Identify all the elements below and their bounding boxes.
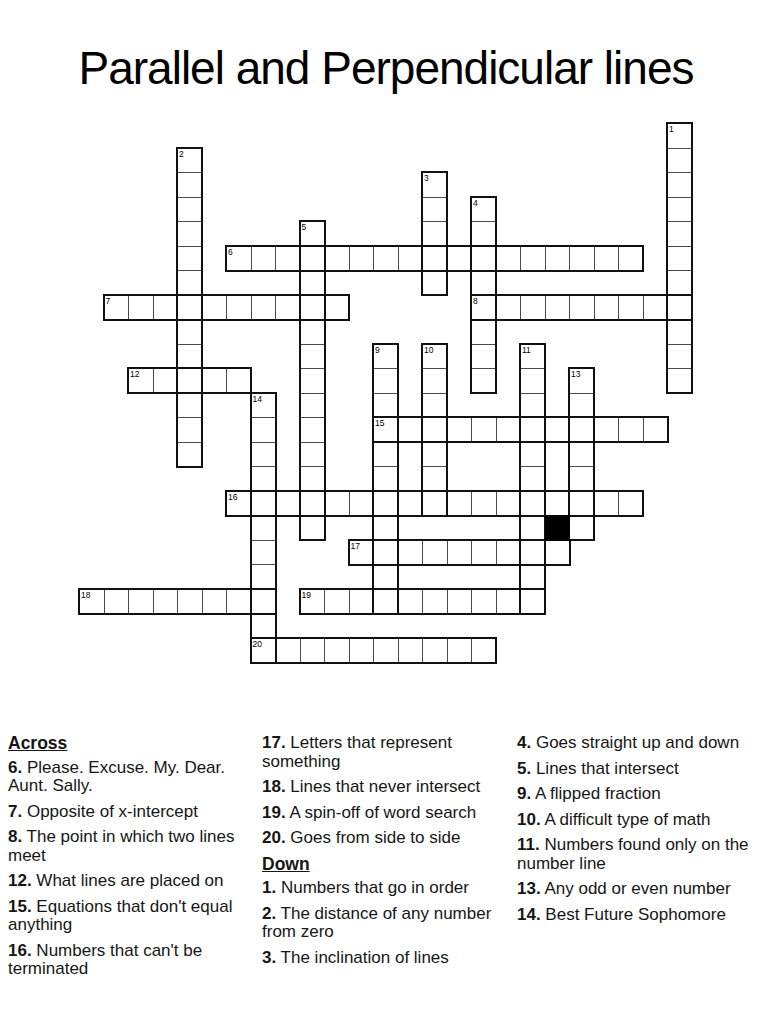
grid-cell[interactable] <box>569 417 595 443</box>
grid-cell[interactable] <box>300 221 326 247</box>
blocked-cell <box>545 515 571 541</box>
clue-down-10: 10. A difficult type of math <box>517 811 763 830</box>
clue-across-8: 8. The point in which two lines meet <box>8 828 236 865</box>
grid-cell[interactable] <box>251 638 277 664</box>
grid-cell[interactable] <box>447 246 473 272</box>
clue-number: 8. <box>8 827 22 846</box>
grid-cell[interactable] <box>422 270 448 296</box>
grid-cell[interactable] <box>471 417 497 443</box>
grid-cell[interactable] <box>373 466 399 492</box>
grid-cell[interactable] <box>422 466 448 492</box>
grid-cell[interactable] <box>520 246 546 272</box>
grid-cell[interactable] <box>226 295 252 321</box>
grid-cell[interactable] <box>373 540 399 566</box>
clue-number: 2. <box>262 904 276 923</box>
grid-cell[interactable] <box>398 246 424 272</box>
grid-cell[interactable] <box>324 246 350 272</box>
clue-across-7: 7. Opposite of x-intercept <box>8 803 236 822</box>
grid-cell[interactable] <box>667 172 693 198</box>
grid-cell[interactable] <box>569 368 595 394</box>
grid-cell[interactable] <box>177 442 203 468</box>
grid-cell[interactable] <box>300 442 326 468</box>
grid-cell[interactable] <box>373 442 399 468</box>
grid-cell[interactable] <box>300 638 326 664</box>
grid-cell[interactable] <box>300 319 326 345</box>
across-heading: Across <box>8 734 236 753</box>
grid-cell[interactable] <box>373 491 399 517</box>
grid-cell[interactable] <box>520 442 546 468</box>
grid-cell[interactable] <box>373 589 399 615</box>
grid-cell[interactable] <box>667 295 693 321</box>
grid-cell[interactable] <box>104 589 130 615</box>
crossword-grid: 1234567891011121314151617181920 <box>79 123 693 663</box>
clue-across-15: 15. Equations that don't equal anything <box>8 898 236 935</box>
clue-down-11: 11. Numbers found only on the number lin… <box>517 836 763 873</box>
grid-cell[interactable] <box>422 368 448 394</box>
clue-text: A spin-off of word search <box>286 803 477 822</box>
grid-cell[interactable] <box>373 246 399 272</box>
grid-cell[interactable] <box>226 491 252 517</box>
grid-cell[interactable] <box>520 466 546 492</box>
grid-cell[interactable] <box>373 515 399 541</box>
grid-cell[interactable] <box>300 295 326 321</box>
grid-cell[interactable] <box>373 368 399 394</box>
grid-cell[interactable] <box>300 589 326 615</box>
clue-text: The point in which two lines meet <box>8 827 235 865</box>
grid-cell[interactable] <box>324 491 350 517</box>
grid-cell[interactable] <box>422 491 448 517</box>
grid-cell[interactable] <box>520 515 546 541</box>
clue-text: Goes from side to side <box>286 828 461 847</box>
clue-number: 5. <box>517 759 531 778</box>
grid-cell[interactable] <box>520 393 546 419</box>
clue-down-9: 9. A flipped fraction <box>517 785 763 804</box>
grid-cell[interactable] <box>520 589 546 615</box>
clue-text: Letters that represent something <box>262 733 452 771</box>
grid-cell[interactable] <box>496 589 522 615</box>
crossword-page: Parallel and Perpendicular lines 1234567… <box>0 0 772 1024</box>
clue-across-17: 17. Letters that represent something <box>262 734 496 771</box>
clue-text: Best Future Sophomore <box>541 905 726 924</box>
grid-cell[interactable] <box>422 638 448 664</box>
grid-cell[interactable] <box>520 540 546 566</box>
grid-cell[interactable] <box>422 393 448 419</box>
grid-cell[interactable] <box>569 466 595 492</box>
clue-across-19: 19. A spin-off of word search <box>262 804 496 823</box>
grid-cell[interactable] <box>128 589 154 615</box>
grid-cell[interactable] <box>667 368 693 394</box>
clue-down-3: 3. The inclination of lines <box>262 949 496 968</box>
grid-cell[interactable] <box>422 172 448 198</box>
clue-down-13: 13. Any odd or even number <box>517 880 763 899</box>
clue-number: 13. <box>517 879 541 898</box>
grid-cell[interactable] <box>349 491 375 517</box>
grid-cell[interactable] <box>300 466 326 492</box>
grid-cell[interactable] <box>422 344 448 370</box>
grid-cell[interactable] <box>251 393 277 419</box>
grid-cell[interactable] <box>153 295 179 321</box>
grid-cell[interactable] <box>251 515 277 541</box>
clue-down-14: 14. Best Future Sophomore <box>517 906 763 925</box>
grid-cell[interactable] <box>545 246 571 272</box>
clue-across-16: 16. Numbers that can't be terminated <box>8 942 236 979</box>
grid-cell[interactable] <box>667 197 693 223</box>
clue-number: 12. <box>8 871 32 890</box>
grid-cell[interactable] <box>373 393 399 419</box>
grid-cell[interactable] <box>398 638 424 664</box>
grid-cell[interactable] <box>202 589 228 615</box>
clue-text: The inclination of lines <box>276 948 449 967</box>
grid-cell[interactable] <box>251 246 277 272</box>
clues-column-3: 4. Goes straight up and down5. Lines tha… <box>517 734 763 931</box>
grid-cell[interactable] <box>545 417 571 443</box>
clue-text: Numbers that can't be terminated <box>8 941 202 979</box>
grid-cell[interactable] <box>569 393 595 419</box>
grid-cell[interactable] <box>275 638 301 664</box>
clue-number: 19. <box>262 803 286 822</box>
grid-cell[interactable] <box>618 246 644 272</box>
grid-cell[interactable] <box>471 319 497 345</box>
grid-cell[interactable] <box>520 368 546 394</box>
grid-cell[interactable] <box>251 442 277 468</box>
grid-cell[interactable] <box>251 491 277 517</box>
grid-cell[interactable] <box>300 344 326 370</box>
grid-cell[interactable] <box>349 589 375 615</box>
clue-text: Any odd or even number <box>541 879 731 898</box>
grid-cell[interactable] <box>226 589 252 615</box>
grid-cell[interactable] <box>471 270 497 296</box>
clue-down-4: 4. Goes straight up and down <box>517 734 763 753</box>
grid-cell[interactable] <box>79 589 105 615</box>
grid-cell[interactable] <box>177 319 203 345</box>
down-heading: Down <box>262 855 496 874</box>
grid-cell[interactable] <box>300 515 326 541</box>
grid-cell[interactable] <box>496 540 522 566</box>
grid-cell[interactable] <box>177 148 203 174</box>
grid-cell[interactable] <box>422 589 448 615</box>
grid-cell[interactable] <box>373 344 399 370</box>
clue-number: 17. <box>262 733 286 752</box>
grid-cell[interactable] <box>422 540 448 566</box>
grid-cell[interactable] <box>643 295 669 321</box>
grid-cell[interactable] <box>300 393 326 419</box>
grid-cell[interactable] <box>422 197 448 223</box>
grid-cell[interactable] <box>153 368 179 394</box>
grid-cell[interactable] <box>447 540 473 566</box>
grid-cell[interactable] <box>569 246 595 272</box>
grid-cell[interactable] <box>177 393 203 419</box>
grid-cell[interactable] <box>177 417 203 443</box>
grid-cell[interactable] <box>398 417 424 443</box>
grid-cell[interactable] <box>177 344 203 370</box>
clue-number: 1. <box>262 878 276 897</box>
clue-down-2: 2. The distance of any number from zero <box>262 905 496 942</box>
grid-cell[interactable] <box>275 246 301 272</box>
grid-cell[interactable] <box>569 295 595 321</box>
clue-text: The distance of any number from zero <box>262 904 491 942</box>
grid-cell[interactable] <box>520 417 546 443</box>
grid-cell[interactable] <box>251 540 277 566</box>
grid-cell[interactable] <box>667 246 693 272</box>
grid-cell[interactable] <box>545 540 571 566</box>
grid-cell[interactable] <box>300 491 326 517</box>
grid-cell[interactable] <box>447 589 473 615</box>
grid-cell[interactable] <box>398 491 424 517</box>
grid-cell[interactable] <box>177 270 203 296</box>
clue-number: 18. <box>262 777 286 796</box>
grid-cell[interactable] <box>667 148 693 174</box>
clue-number: 7. <box>8 802 22 821</box>
grid-cell[interactable] <box>447 417 473 443</box>
clues-column-2: 17. Letters that represent something18. … <box>262 734 496 974</box>
grid-cell[interactable] <box>398 589 424 615</box>
grid-cell[interactable] <box>594 491 620 517</box>
grid-cell[interactable] <box>667 221 693 247</box>
grid-cell[interactable] <box>618 417 644 443</box>
clue-text: Lines that never intersect <box>286 777 481 796</box>
clue-number: 14. <box>517 905 541 924</box>
grid-cell[interactable] <box>275 295 301 321</box>
clue-number: 6. <box>8 758 22 777</box>
grid-cell[interactable] <box>177 368 203 394</box>
grid-cell[interactable] <box>643 417 669 443</box>
grid-cell[interactable] <box>496 417 522 443</box>
clue-number: 3. <box>262 948 276 967</box>
grid-cell[interactable] <box>618 295 644 321</box>
grid-cell[interactable] <box>349 540 375 566</box>
grid-cell[interactable] <box>177 295 203 321</box>
grid-cell[interactable] <box>520 295 546 321</box>
grid-cell[interactable] <box>202 368 228 394</box>
grid-cell[interactable] <box>300 417 326 443</box>
clue-text: Lines that intersect <box>531 759 678 778</box>
grid-cell[interactable] <box>545 295 571 321</box>
grid-cell[interactable] <box>422 221 448 247</box>
grid-cell[interactable] <box>373 638 399 664</box>
grid-cell[interactable] <box>177 221 203 247</box>
grid-cell[interactable] <box>447 638 473 664</box>
clue-number: 10. <box>517 810 541 829</box>
grid-cell[interactable] <box>300 270 326 296</box>
grid-cell[interactable] <box>177 589 203 615</box>
grid-cell[interactable] <box>667 270 693 296</box>
grid-cell[interactable] <box>251 564 277 590</box>
grid-cell[interactable] <box>520 564 546 590</box>
grid-cell[interactable] <box>251 613 277 639</box>
grid-cell[interactable] <box>324 589 350 615</box>
clue-text: What lines are placed on <box>32 871 224 890</box>
grid-cell[interactable] <box>251 417 277 443</box>
grid-cell[interactable] <box>471 197 497 223</box>
grid-cell[interactable] <box>667 123 693 149</box>
clue-text: Numbers found only on the number line <box>517 835 749 873</box>
grid-cell[interactable] <box>202 295 228 321</box>
clue-number: 4. <box>517 733 531 752</box>
grid-cell[interactable] <box>594 295 620 321</box>
clue-text: Numbers that go in order <box>276 878 469 897</box>
grid-cell[interactable] <box>496 295 522 321</box>
grid-cell[interactable] <box>177 172 203 198</box>
clue-down-5: 5. Lines that intersect <box>517 760 763 779</box>
clue-across-12: 12. What lines are placed on <box>8 872 236 891</box>
grid-cell[interactable] <box>471 589 497 615</box>
grid-cell[interactable] <box>471 491 497 517</box>
grid-cell[interactable] <box>520 491 546 517</box>
grid-cell[interactable] <box>594 417 620 443</box>
clues-column-1: Across6. Please. Excuse. My. Dear. Aunt.… <box>8 734 236 986</box>
clue-down-1: 1. Numbers that go in order <box>262 879 496 898</box>
grid-cell[interactable] <box>177 197 203 223</box>
grid-cell[interactable] <box>300 368 326 394</box>
clue-across-18: 18. Lines that never intersect <box>262 778 496 797</box>
grid-cell[interactable] <box>324 295 350 321</box>
grid-cell[interactable] <box>545 491 571 517</box>
grid-cell[interactable] <box>251 466 277 492</box>
grid-cell[interactable] <box>471 246 497 272</box>
puzzle-title: Parallel and Perpendicular lines <box>0 42 772 94</box>
clue-number: 11. <box>517 835 540 854</box>
grid-cell[interactable] <box>569 491 595 517</box>
clue-number: 15. <box>8 897 32 916</box>
grid-cell[interactable] <box>471 638 497 664</box>
clue-number: 9. <box>517 784 531 803</box>
clue-across-6: 6. Please. Excuse. My. Dear. Aunt. Sally… <box>8 759 236 796</box>
grid-cell[interactable] <box>300 246 326 272</box>
grid-cell[interactable] <box>398 540 424 566</box>
clue-text: Opposite of x-intercept <box>22 802 198 821</box>
grid-cell[interactable] <box>153 589 179 615</box>
grid-cell[interactable] <box>324 638 350 664</box>
grid-cell[interactable] <box>422 417 448 443</box>
grid-cell[interactable] <box>471 368 497 394</box>
grid-cell[interactable] <box>447 491 473 517</box>
grid-cell[interactable] <box>128 368 154 394</box>
grid-cell[interactable] <box>128 295 154 321</box>
grid-cell[interactable] <box>569 515 595 541</box>
grid-cell[interactable] <box>177 246 203 272</box>
clue-text: A flipped fraction <box>531 784 660 803</box>
grid-cell[interactable] <box>422 442 448 468</box>
grid-cell[interactable] <box>373 564 399 590</box>
grid-cell[interactable] <box>349 638 375 664</box>
grid-cell[interactable] <box>471 295 497 321</box>
clue-across-20: 20. Goes from side to side <box>262 829 496 848</box>
clue-number: 16. <box>8 941 32 960</box>
grid-cell[interactable] <box>667 344 693 370</box>
grid-cell[interactable] <box>251 589 277 615</box>
grid-cell[interactable] <box>104 295 130 321</box>
grid-cell[interactable] <box>520 344 546 370</box>
grid-cell[interactable] <box>251 295 277 321</box>
grid-cell[interactable] <box>422 246 448 272</box>
grid-cell[interactable] <box>373 417 399 443</box>
clue-text: Please. Excuse. My. Dear. Aunt. Sally. <box>8 758 225 796</box>
grid-cell[interactable] <box>667 319 693 345</box>
grid-cell[interactable] <box>471 344 497 370</box>
grid-cell[interactable] <box>569 442 595 468</box>
clue-text: Equations that don't equal anything <box>8 897 232 935</box>
grid-cell[interactable] <box>349 246 375 272</box>
grid-cell[interactable] <box>275 491 301 517</box>
grid-cell[interactable] <box>226 246 252 272</box>
clue-number: 20. <box>262 828 286 847</box>
grid-cell[interactable] <box>594 246 620 272</box>
grid-cell[interactable] <box>496 491 522 517</box>
grid-cell[interactable] <box>471 221 497 247</box>
grid-cell[interactable] <box>496 246 522 272</box>
grid-cell[interactable] <box>471 540 497 566</box>
grid-cell[interactable] <box>618 491 644 517</box>
clue-text: Goes straight up and down <box>531 733 739 752</box>
clue-text: A difficult type of math <box>541 810 711 829</box>
grid-cell[interactable] <box>226 368 252 394</box>
